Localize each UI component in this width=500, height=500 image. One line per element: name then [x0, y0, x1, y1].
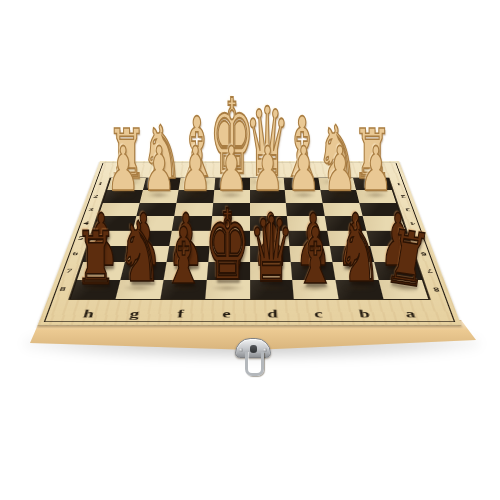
- pieces-layer: ♜♞♝♛♚♝♞♜♟♟♟♟♟♟♟♟♟♟♟♟♟♟♟♟♜♞♝♛♚♝♞♜: [0, 0, 500, 500]
- white-pawn: ♟: [324, 139, 356, 200]
- white-pawn: ♟: [288, 139, 320, 200]
- chess-set-photo: hgfedcba1122334455667788 ♜♞♝♛♚♝♞♜♟♟♟♟♟♟♟…: [0, 0, 500, 500]
- black-bishop: ♝: [294, 217, 336, 295]
- black-king: ♚: [205, 198, 250, 296]
- black-knight: ♞: [337, 212, 381, 295]
- clasp-latch: [233, 336, 273, 378]
- screw-icon: [239, 348, 243, 352]
- black-knight: ♞: [118, 212, 162, 295]
- white-pawn: ♟: [360, 139, 392, 200]
- black-queen: ♛: [249, 205, 294, 295]
- white-pawn: ♟: [107, 139, 139, 200]
- black-rook: ♜: [75, 221, 116, 295]
- white-pawn: ♟: [251, 139, 283, 200]
- latch-loop-icon: [245, 352, 264, 376]
- white-pawn: ♟: [143, 139, 175, 200]
- black-bishop: ♝: [163, 217, 205, 295]
